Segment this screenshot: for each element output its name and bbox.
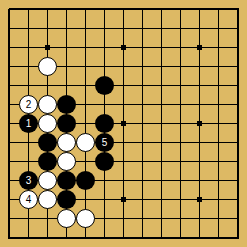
intersection xyxy=(152,76,171,95)
white-stone: 4 xyxy=(19,190,38,209)
intersection xyxy=(228,228,247,247)
intersection xyxy=(133,95,152,114)
intersection xyxy=(0,171,19,190)
intersection xyxy=(95,19,114,38)
intersection xyxy=(57,76,76,95)
intersection xyxy=(76,76,95,95)
intersection xyxy=(190,171,209,190)
intersection xyxy=(228,133,247,152)
intersection xyxy=(19,0,38,19)
intersection xyxy=(171,19,190,38)
intersection xyxy=(114,228,133,247)
intersection xyxy=(209,76,228,95)
intersection xyxy=(76,152,95,171)
intersection xyxy=(209,114,228,133)
intersection xyxy=(38,76,57,95)
intersection xyxy=(209,190,228,209)
intersection xyxy=(0,57,19,76)
intersection xyxy=(171,171,190,190)
white-stone xyxy=(57,133,76,152)
intersection xyxy=(133,114,152,133)
intersection xyxy=(133,76,152,95)
intersection xyxy=(152,0,171,19)
intersection xyxy=(38,0,57,19)
intersection xyxy=(152,209,171,228)
intersection xyxy=(114,133,133,152)
intersection xyxy=(76,38,95,57)
intersection xyxy=(19,133,38,152)
move-number-label: 4 xyxy=(26,195,32,205)
intersection xyxy=(228,0,247,19)
move-number-label: 2 xyxy=(26,100,32,110)
intersection xyxy=(209,95,228,114)
intersection xyxy=(171,0,190,19)
white-stone xyxy=(38,190,57,209)
intersection xyxy=(114,190,133,209)
black-stone xyxy=(95,114,114,133)
intersection xyxy=(152,38,171,57)
intersection xyxy=(0,76,19,95)
intersection xyxy=(228,152,247,171)
intersection xyxy=(209,152,228,171)
intersection xyxy=(0,95,19,114)
intersection xyxy=(0,114,19,133)
intersection xyxy=(209,19,228,38)
intersection xyxy=(152,114,171,133)
intersection xyxy=(114,76,133,95)
white-stone xyxy=(76,209,95,228)
black-stone xyxy=(57,171,76,190)
white-stone xyxy=(57,152,76,171)
intersection xyxy=(152,152,171,171)
move-number-label: 1 xyxy=(26,119,32,129)
intersection xyxy=(209,228,228,247)
intersection xyxy=(228,76,247,95)
intersection xyxy=(228,209,247,228)
intersection xyxy=(38,38,57,57)
intersection xyxy=(114,57,133,76)
black-stone xyxy=(57,95,76,114)
intersection xyxy=(209,57,228,76)
intersection xyxy=(190,152,209,171)
intersection xyxy=(152,57,171,76)
intersection xyxy=(133,209,152,228)
intersection xyxy=(114,152,133,171)
intersection xyxy=(133,133,152,152)
intersection xyxy=(76,19,95,38)
intersection xyxy=(228,190,247,209)
intersection xyxy=(114,95,133,114)
black-stone: 1 xyxy=(19,114,38,133)
intersection xyxy=(190,76,209,95)
intersection xyxy=(76,57,95,76)
intersection xyxy=(171,152,190,171)
intersection xyxy=(228,95,247,114)
white-stone xyxy=(57,209,76,228)
intersection xyxy=(57,228,76,247)
intersection xyxy=(19,76,38,95)
star-point xyxy=(197,121,202,126)
intersection xyxy=(190,19,209,38)
intersection xyxy=(57,38,76,57)
intersection xyxy=(0,38,19,57)
black-stone xyxy=(38,133,57,152)
intersection xyxy=(95,57,114,76)
intersection xyxy=(152,19,171,38)
black-stone xyxy=(57,114,76,133)
black-stone: 3 xyxy=(19,171,38,190)
black-stone: 5 xyxy=(95,133,114,152)
intersection xyxy=(209,0,228,19)
intersection xyxy=(19,57,38,76)
intersection xyxy=(190,0,209,19)
white-stone xyxy=(76,133,95,152)
intersection xyxy=(190,57,209,76)
intersection xyxy=(190,38,209,57)
intersection xyxy=(0,133,19,152)
intersection xyxy=(152,95,171,114)
intersection xyxy=(114,114,133,133)
star-point xyxy=(121,197,126,202)
star-point xyxy=(121,121,126,126)
intersection xyxy=(38,209,57,228)
intersection xyxy=(95,190,114,209)
intersection xyxy=(38,228,57,247)
intersection xyxy=(133,228,152,247)
intersection xyxy=(0,190,19,209)
intersection xyxy=(57,57,76,76)
intersection xyxy=(95,228,114,247)
intersection xyxy=(95,171,114,190)
star-point xyxy=(45,45,50,50)
move-number-label: 3 xyxy=(26,176,32,186)
intersection xyxy=(171,57,190,76)
intersection xyxy=(114,19,133,38)
intersection xyxy=(133,171,152,190)
intersection xyxy=(152,190,171,209)
intersection xyxy=(133,190,152,209)
intersection xyxy=(228,38,247,57)
intersection xyxy=(57,19,76,38)
star-point xyxy=(197,45,202,50)
intersection xyxy=(228,114,247,133)
intersection xyxy=(152,133,171,152)
intersection xyxy=(76,114,95,133)
intersection xyxy=(171,190,190,209)
intersection xyxy=(209,171,228,190)
intersection xyxy=(190,133,209,152)
intersection xyxy=(95,38,114,57)
intersection xyxy=(171,76,190,95)
white-stone xyxy=(38,95,57,114)
intersection xyxy=(19,228,38,247)
intersection xyxy=(171,114,190,133)
black-stone xyxy=(57,190,76,209)
intersection xyxy=(19,19,38,38)
intersection xyxy=(95,0,114,19)
intersection xyxy=(228,19,247,38)
intersection xyxy=(114,171,133,190)
intersection xyxy=(76,95,95,114)
intersection xyxy=(114,0,133,19)
intersection xyxy=(38,19,57,38)
black-stone xyxy=(38,152,57,171)
intersection xyxy=(19,152,38,171)
intersection xyxy=(0,209,19,228)
intersection xyxy=(171,133,190,152)
white-stone xyxy=(38,114,57,133)
intersection xyxy=(171,95,190,114)
intersection xyxy=(76,228,95,247)
intersection xyxy=(19,209,38,228)
intersection xyxy=(95,95,114,114)
intersection xyxy=(19,38,38,57)
intersection xyxy=(190,190,209,209)
go-board: 21534 xyxy=(0,0,247,247)
star-point xyxy=(197,197,202,202)
intersection xyxy=(57,0,76,19)
intersection xyxy=(190,209,209,228)
intersection xyxy=(190,95,209,114)
black-stone xyxy=(76,171,95,190)
intersection xyxy=(209,38,228,57)
intersection xyxy=(133,57,152,76)
white-stone xyxy=(38,57,57,76)
intersection xyxy=(171,38,190,57)
white-stone: 2 xyxy=(19,95,38,114)
intersection xyxy=(114,209,133,228)
star-point xyxy=(121,45,126,50)
intersection xyxy=(152,171,171,190)
intersection xyxy=(209,209,228,228)
intersection xyxy=(133,0,152,19)
intersection xyxy=(133,152,152,171)
intersection xyxy=(171,228,190,247)
intersection xyxy=(133,38,152,57)
intersection xyxy=(171,209,190,228)
intersection xyxy=(152,228,171,247)
intersection xyxy=(95,209,114,228)
intersection xyxy=(0,0,19,19)
move-number-label: 5 xyxy=(102,138,108,148)
intersection xyxy=(228,57,247,76)
intersection xyxy=(76,0,95,19)
intersection xyxy=(76,190,95,209)
intersection xyxy=(0,152,19,171)
intersection xyxy=(190,228,209,247)
intersection xyxy=(0,19,19,38)
intersection xyxy=(228,171,247,190)
intersection xyxy=(133,19,152,38)
intersection xyxy=(190,114,209,133)
intersection xyxy=(209,133,228,152)
black-stone xyxy=(95,152,114,171)
intersection xyxy=(114,38,133,57)
black-stone xyxy=(95,76,114,95)
intersection xyxy=(0,228,19,247)
white-stone xyxy=(38,171,57,190)
